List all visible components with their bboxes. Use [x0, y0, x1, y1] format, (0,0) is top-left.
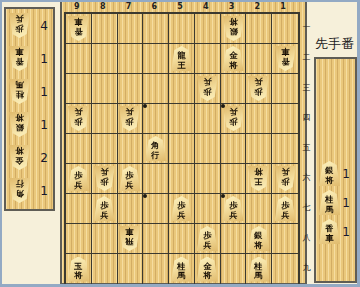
piece-count: 1	[40, 85, 48, 99]
shogi-piece-gote[interactable]: 銀将	[223, 16, 244, 41]
square-3g[interactable]: 歩兵	[221, 194, 247, 224]
piece-kanji: 歩兵	[203, 231, 212, 251]
square-4d[interactable]	[195, 104, 221, 134]
square-6b[interactable]	[143, 44, 169, 74]
shogi-piece-sente[interactable]: 金将	[223, 46, 244, 71]
shogi-piece-sente[interactable]: 歩兵	[223, 196, 244, 221]
shogi-piece-gote[interactable]: 角行	[9, 178, 30, 203]
sente-hand-item[interactable]: 香車1	[316, 217, 355, 246]
square-7f[interactable]: 歩兵	[118, 164, 144, 194]
piece-kanji: 金将	[15, 145, 24, 165]
shogi-piece-sente[interactable]: 歩兵	[171, 196, 192, 221]
shogi-board: 987654321 香車銀将龍王金将香車歩兵歩兵歩兵歩兵歩兵角行歩兵歩兵歩兵王将…	[60, 2, 307, 285]
square-5e[interactable]	[169, 134, 195, 164]
file-label: 8	[90, 2, 116, 12]
file-labels: 987654321	[64, 2, 296, 12]
shogi-piece-sente[interactable]: 玉将	[68, 257, 89, 282]
piece-kanji: 歩兵	[203, 76, 212, 96]
piece-kanji: 角行	[151, 141, 160, 161]
piece-count: 1	[342, 225, 350, 239]
piece-kanji: 金将	[203, 262, 212, 282]
square-8c[interactable]	[92, 74, 118, 104]
piece-kanji: 歩兵	[254, 76, 263, 96]
rank-label: 七	[302, 192, 311, 222]
square-4b[interactable]	[195, 44, 221, 74]
square-9c[interactable]	[66, 74, 92, 104]
square-9i[interactable]: 玉将	[66, 254, 92, 284]
hoshi-dot	[221, 104, 225, 108]
piece-kanji: 銀将	[254, 231, 263, 251]
square-5g[interactable]: 歩兵	[169, 194, 195, 224]
shogi-piece-gote[interactable]: 香車	[9, 46, 30, 71]
piece-count: 1	[40, 184, 48, 198]
square-4e[interactable]	[195, 134, 221, 164]
rank-label: 一	[302, 12, 311, 42]
square-6g[interactable]	[143, 194, 169, 224]
square-9g[interactable]	[66, 194, 92, 224]
piece-count: 1	[40, 52, 48, 66]
square-6e[interactable]: 角行	[143, 134, 169, 164]
shogi-piece-sente[interactable]: 桂馬	[171, 257, 192, 282]
sente-hand-item[interactable]: 桂馬1	[316, 188, 355, 217]
shogi-piece-gote[interactable]: 歩兵	[94, 166, 115, 191]
square-5d[interactable]	[169, 104, 195, 134]
square-4a[interactable]	[195, 14, 221, 44]
piece-count: 1	[40, 118, 48, 132]
piece-kanji: 銀将	[325, 166, 334, 186]
square-2c[interactable]: 歩兵	[246, 74, 272, 104]
shogi-piece-gote[interactable]: 飛車	[119, 226, 140, 251]
square-4f[interactable]	[195, 164, 221, 194]
square-8g[interactable]: 歩兵	[92, 194, 118, 224]
square-1h[interactable]	[272, 224, 298, 254]
shogi-piece-sente[interactable]: 角行	[145, 136, 166, 161]
shogi-piece-sente[interactable]: 歩兵	[94, 196, 115, 221]
piece-kanji: 歩兵	[281, 201, 290, 221]
piece-kanji: 玉将	[74, 262, 83, 282]
piece-kanji: 銀将	[15, 112, 24, 132]
square-4c[interactable]: 歩兵	[195, 74, 221, 104]
shogi-piece-gote[interactable]: 桂馬	[9, 79, 30, 104]
square-2e[interactable]	[246, 134, 272, 164]
shogi-piece-sente[interactable]: 金将	[197, 257, 218, 282]
file-label: 4	[193, 2, 219, 12]
shogi-piece-sente[interactable]: 歩兵	[68, 166, 89, 191]
square-1g[interactable]: 歩兵	[272, 194, 298, 224]
square-3i[interactable]	[221, 254, 247, 284]
piece-kanji: 桂馬	[177, 262, 186, 282]
shogi-piece-gote[interactable]: 香車	[68, 16, 89, 41]
square-1i[interactable]	[272, 254, 298, 284]
piece-kanji: 銀将	[229, 16, 238, 36]
shogi-piece-gote[interactable]: 歩兵	[248, 76, 269, 101]
piece-count: 2	[40, 151, 48, 165]
piece-kanji: 角行	[15, 178, 24, 198]
square-6f[interactable]	[143, 164, 169, 194]
shogi-app-window: 歩兵4香車1桂馬1銀将1金将2角行1 987654321 香車銀将龍王金将香車歩…	[0, 0, 360, 287]
hoshi-dot	[221, 194, 225, 198]
square-6c[interactable]	[143, 74, 169, 104]
piece-kanji: 歩兵	[229, 106, 238, 126]
square-1a[interactable]	[272, 14, 298, 44]
square-1d[interactable]	[272, 104, 298, 134]
square-8b[interactable]	[92, 44, 118, 74]
piece-kanji: 歩兵	[229, 201, 238, 221]
rank-label: 九	[302, 252, 311, 282]
shogi-piece-gote[interactable]: 歩兵	[68, 106, 89, 131]
square-9b[interactable]	[66, 44, 92, 74]
piece-kanji: 香車	[281, 46, 290, 66]
square-4i[interactable]: 金将	[195, 254, 221, 284]
square-2d[interactable]	[246, 104, 272, 134]
shogi-piece-sente[interactable]: 龍王	[171, 46, 192, 71]
square-8h[interactable]	[92, 224, 118, 254]
piece-kanji: 歩兵	[15, 13, 24, 33]
square-3b[interactable]: 金将	[221, 44, 247, 74]
square-2f[interactable]: 王将	[246, 164, 272, 194]
piece-kanji: 歩兵	[100, 201, 109, 221]
square-5c[interactable]	[169, 74, 195, 104]
square-9e[interactable]	[66, 134, 92, 164]
sente-hand-list: 銀将1桂馬1香車1	[316, 59, 355, 246]
shogi-piece-sente[interactable]: 歩兵	[197, 226, 218, 251]
shogi-piece-sente[interactable]: 銀将	[248, 226, 269, 251]
shogi-piece-sente[interactable]: 銀将	[319, 161, 340, 186]
square-8a[interactable]	[92, 14, 118, 44]
file-label: 2	[244, 2, 270, 12]
shogi-piece-gote[interactable]: 王将	[248, 166, 269, 191]
square-5a[interactable]	[169, 14, 195, 44]
square-9d[interactable]: 歩兵	[66, 104, 92, 134]
shogi-piece-gote[interactable]: 歩兵	[9, 13, 30, 38]
shogi-piece-gote[interactable]: 金将	[9, 145, 30, 170]
shogi-piece-gote[interactable]: 歩兵	[275, 166, 296, 191]
shogi-piece-gote[interactable]: 歩兵	[197, 76, 218, 101]
square-7g[interactable]	[118, 194, 144, 224]
square-3h[interactable]	[221, 224, 247, 254]
rank-label: 八	[302, 222, 311, 252]
square-6h[interactable]	[143, 224, 169, 254]
file-label: 7	[116, 2, 142, 12]
sente-captured-pieces-panel: 銀将1桂馬1香車1	[314, 57, 357, 283]
square-8e[interactable]	[92, 134, 118, 164]
square-6a[interactable]	[143, 14, 169, 44]
shogi-piece-gote[interactable]: 歩兵	[119, 106, 140, 131]
piece-kanji: 歩兵	[125, 106, 134, 126]
square-2i[interactable]: 桂馬	[246, 254, 272, 284]
gote-hand-item[interactable]: 角行1	[6, 174, 53, 207]
square-7c[interactable]	[118, 74, 144, 104]
square-7d[interactable]: 歩兵	[118, 104, 144, 134]
piece-kanji: 歩兵	[281, 166, 290, 186]
piece-kanji: 歩兵	[100, 166, 109, 186]
file-label: 1	[270, 2, 296, 12]
piece-kanji: 歩兵	[74, 171, 83, 191]
sente-hand-item[interactable]: 銀将1	[316, 159, 355, 188]
rank-label: 四	[302, 102, 311, 132]
rank-label: 六	[302, 162, 311, 192]
shogi-piece-sente[interactable]: 歩兵	[275, 196, 296, 221]
square-7h[interactable]: 飛車	[118, 224, 144, 254]
square-2a[interactable]	[246, 14, 272, 44]
piece-count: 4	[40, 19, 48, 33]
square-1e[interactable]	[272, 134, 298, 164]
square-5b[interactable]: 龍王	[169, 44, 195, 74]
square-1f[interactable]: 歩兵	[272, 164, 298, 194]
square-3a[interactable]: 銀将	[221, 14, 247, 44]
square-8d[interactable]	[92, 104, 118, 134]
square-5i[interactable]: 桂馬	[169, 254, 195, 284]
square-4h[interactable]: 歩兵	[195, 224, 221, 254]
gote-captured-pieces-panel: 歩兵4香車1桂馬1銀将1金将2角行1	[4, 7, 55, 211]
piece-kanji: 王将	[254, 166, 263, 186]
square-3c[interactable]	[221, 74, 247, 104]
square-1b[interactable]: 香車	[272, 44, 298, 74]
piece-kanji: 桂馬	[254, 262, 263, 282]
piece-kanji: 香車	[15, 46, 24, 66]
square-1c[interactable]	[272, 74, 298, 104]
piece-kanji: 桂馬	[15, 79, 24, 99]
square-5h[interactable]	[169, 224, 195, 254]
square-5f[interactable]	[169, 164, 195, 194]
square-9a[interactable]: 香車	[66, 14, 92, 44]
piece-kanji: 桂馬	[325, 195, 334, 215]
shogi-piece-gote[interactable]: 香車	[275, 46, 296, 71]
file-label: 3	[219, 2, 245, 12]
square-7e[interactable]	[118, 134, 144, 164]
gote-hand-item[interactable]: 香車1	[6, 42, 53, 75]
shogi-piece-gote[interactable]: 銀将	[9, 112, 30, 137]
rank-labels: 一二三四五六七八九	[302, 12, 311, 282]
hoshi-dot	[143, 104, 147, 108]
gote-hand-item[interactable]: 銀将1	[6, 108, 53, 141]
hoshi-dot	[143, 194, 147, 198]
board-grid: 香車銀将龍王金将香車歩兵歩兵歩兵歩兵歩兵角行歩兵歩兵歩兵王将歩兵歩兵歩兵歩兵歩兵…	[66, 14, 298, 284]
square-3e[interactable]	[221, 134, 247, 164]
file-label: 6	[141, 2, 167, 12]
square-7i[interactable]	[118, 254, 144, 284]
piece-kanji: 龍王	[177, 51, 186, 71]
square-6d[interactable]	[143, 104, 169, 134]
gote-hand-item[interactable]: 歩兵4	[6, 9, 53, 42]
piece-kanji: 飛車	[125, 226, 134, 246]
shogi-piece-sente[interactable]: 桂馬	[248, 257, 269, 282]
square-6i[interactable]	[143, 254, 169, 284]
piece-kanji: 歩兵	[125, 171, 134, 191]
piece-kanji: 歩兵	[177, 201, 186, 221]
square-8f[interactable]: 歩兵	[92, 164, 118, 194]
board-grid-frame: 香車銀将龍王金将香車歩兵歩兵歩兵歩兵歩兵角行歩兵歩兵歩兵王将歩兵歩兵歩兵歩兵歩兵…	[64, 12, 300, 286]
piece-kanji: 香車	[325, 224, 334, 244]
rank-label: 三	[302, 72, 311, 102]
gote-hand-list: 歩兵4香車1桂馬1銀将1金将2角行1	[6, 9, 53, 207]
square-7a[interactable]	[118, 14, 144, 44]
rank-label: 五	[302, 132, 311, 162]
shogi-piece-sente[interactable]: 香車	[319, 219, 340, 244]
piece-kanji: 香車	[74, 16, 83, 36]
square-2b[interactable]	[246, 44, 272, 74]
piece-kanji: 歩兵	[74, 106, 83, 126]
square-9h[interactable]	[66, 224, 92, 254]
square-4g[interactable]	[195, 194, 221, 224]
square-3d[interactable]: 歩兵	[221, 104, 247, 134]
piece-count: 1	[342, 167, 350, 181]
square-7b[interactable]	[118, 44, 144, 74]
file-label: 5	[167, 2, 193, 12]
square-2h[interactable]: 銀将	[246, 224, 272, 254]
piece-count: 1	[342, 196, 350, 210]
square-8i[interactable]	[92, 254, 118, 284]
file-label: 9	[64, 2, 90, 12]
gote-hand-item[interactable]: 桂馬1	[6, 75, 53, 108]
square-3f[interactable]	[221, 164, 247, 194]
square-2g[interactable]	[246, 194, 272, 224]
rank-label: 二	[302, 42, 311, 72]
shogi-piece-sente[interactable]: 歩兵	[119, 166, 140, 191]
turn-indicator-label: 先手番	[315, 35, 354, 53]
piece-kanji: 金将	[229, 51, 238, 71]
gote-hand-item[interactable]: 金将2	[6, 141, 53, 174]
shogi-piece-gote[interactable]: 歩兵	[223, 106, 244, 131]
square-9f[interactable]: 歩兵	[66, 164, 92, 194]
shogi-piece-sente[interactable]: 桂馬	[319, 190, 340, 215]
